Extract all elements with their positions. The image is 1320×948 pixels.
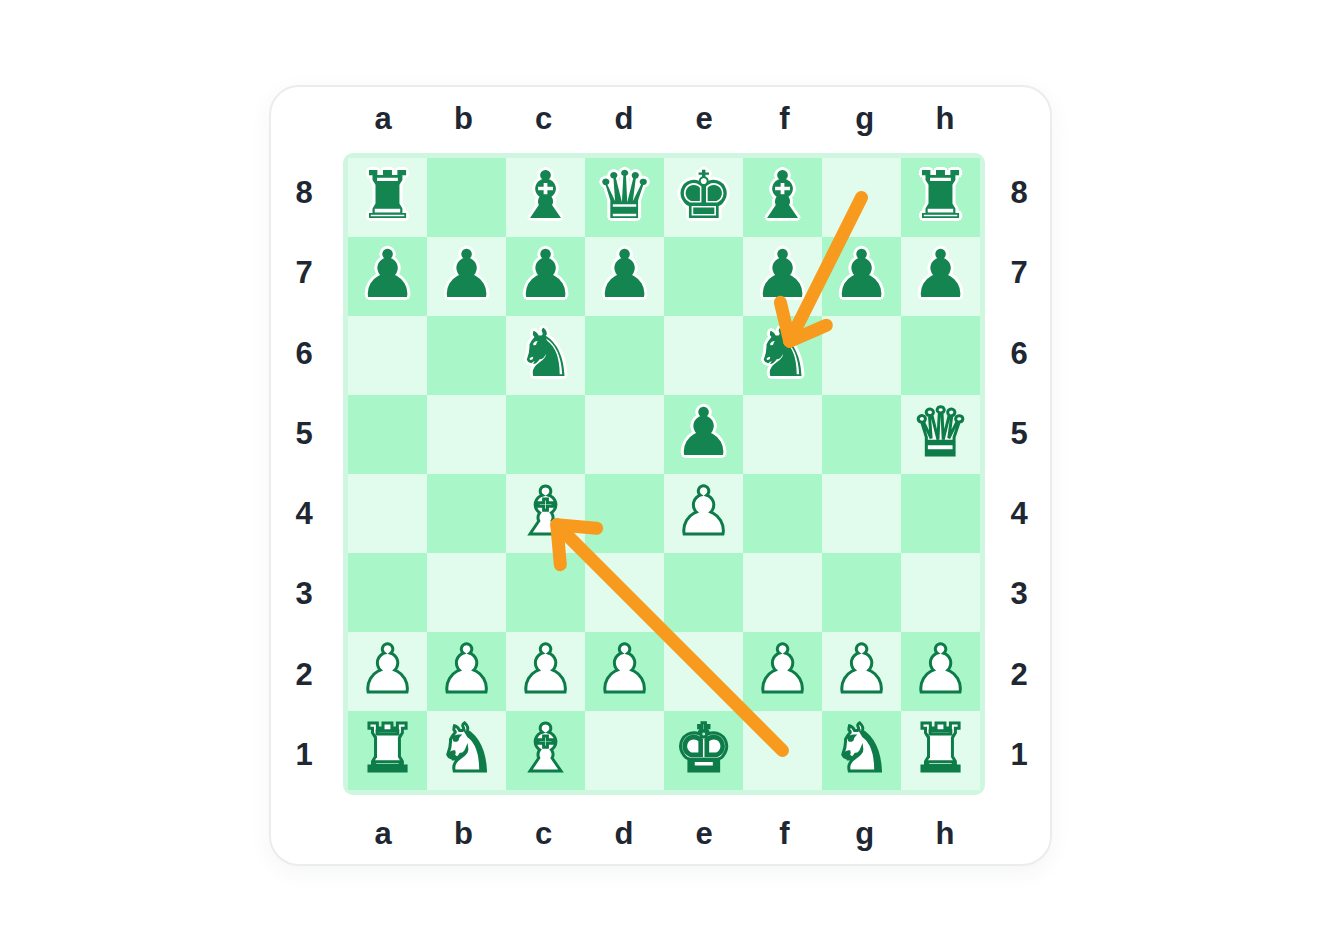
file-label-h: h <box>905 94 985 144</box>
square-b6[interactable] <box>427 316 506 395</box>
piece-black-pawn-a7[interactable]: ♟ <box>358 242 417 308</box>
square-h5[interactable]: ♛ <box>901 395 980 474</box>
square-h7[interactable]: ♟ <box>901 237 980 316</box>
piece-white-pawn-e4[interactable]: ♟ <box>674 479 733 545</box>
square-f2[interactable]: ♟ <box>743 632 822 711</box>
square-b3[interactable] <box>427 553 506 632</box>
square-d5[interactable] <box>585 395 664 474</box>
square-f7[interactable]: ♟ <box>743 237 822 316</box>
rank-label-5: 5 <box>994 394 1044 474</box>
square-a7[interactable]: ♟ <box>348 237 427 316</box>
file-label-g: g <box>825 94 905 144</box>
square-h3[interactable] <box>901 553 980 632</box>
piece-black-bishop-c8[interactable]: ♝ <box>516 163 575 229</box>
square-c8[interactable]: ♝ <box>506 158 585 237</box>
square-h1[interactable]: ♜ <box>901 711 980 790</box>
piece-black-pawn-g7[interactable]: ♟ <box>832 242 891 308</box>
chessboard-card: abcdefgh 87654321 ♜♝♛♚♝♜♟♟♟♟♟♟♟♞♞♟♛♝♟♟♟♟… <box>269 85 1052 866</box>
square-a2[interactable]: ♟ <box>348 632 427 711</box>
page-background: abcdefgh 87654321 ♜♝♛♚♝♜♟♟♟♟♟♟♟♞♞♟♛♝♟♟♟♟… <box>0 0 1320 948</box>
file-label-c: c <box>504 809 584 859</box>
square-e5[interactable]: ♟ <box>664 395 743 474</box>
file-label-e: e <box>664 94 744 144</box>
square-c1[interactable]: ♝ <box>506 711 585 790</box>
square-a4[interactable] <box>348 474 427 553</box>
rank-label-3: 3 <box>279 554 329 634</box>
rank-label-1: 1 <box>279 715 329 795</box>
square-c6[interactable]: ♞ <box>506 316 585 395</box>
file-label-d: d <box>584 809 664 859</box>
rank-label-6: 6 <box>994 314 1044 394</box>
piece-black-pawn-d7[interactable]: ♟ <box>595 242 654 308</box>
square-g6[interactable] <box>822 316 901 395</box>
square-e1[interactable]: ♚ <box>664 711 743 790</box>
piece-white-pawn-h2[interactable]: ♟ <box>911 637 970 703</box>
square-e6[interactable] <box>664 316 743 395</box>
square-h4[interactable] <box>901 474 980 553</box>
piece-black-knight-f6[interactable]: ♞ <box>753 321 812 387</box>
square-b1[interactable]: ♞ <box>427 711 506 790</box>
square-e4[interactable]: ♟ <box>664 474 743 553</box>
square-b5[interactable] <box>427 395 506 474</box>
square-a6[interactable] <box>348 316 427 395</box>
square-d7[interactable]: ♟ <box>585 237 664 316</box>
piece-white-pawn-d2[interactable]: ♟ <box>595 637 654 703</box>
piece-white-pawn-b2[interactable]: ♟ <box>437 637 496 703</box>
square-c4[interactable]: ♝ <box>506 474 585 553</box>
piece-white-king-e1[interactable]: ♚ <box>674 716 733 782</box>
square-h8[interactable]: ♜ <box>901 158 980 237</box>
piece-white-rook-h1[interactable]: ♜ <box>911 716 970 782</box>
square-f3[interactable] <box>743 553 822 632</box>
square-h6[interactable] <box>901 316 980 395</box>
file-label-a: a <box>343 809 423 859</box>
piece-black-king-e8[interactable]: ♚ <box>674 163 733 229</box>
board: ♜♝♛♚♝♜♟♟♟♟♟♟♟♞♞♟♛♝♟♟♟♟♟♟♟♟♜♞♝♚♞♜ <box>343 153 985 795</box>
file-label-c: c <box>504 94 584 144</box>
file-label-g: g <box>825 809 905 859</box>
square-e3[interactable] <box>664 553 743 632</box>
square-g5[interactable] <box>822 395 901 474</box>
square-d2[interactable]: ♟ <box>585 632 664 711</box>
square-f6[interactable]: ♞ <box>743 316 822 395</box>
piece-white-pawn-f2[interactable]: ♟ <box>753 637 812 703</box>
square-d6[interactable] <box>585 316 664 395</box>
file-label-b: b <box>423 94 503 144</box>
square-b8[interactable] <box>427 158 506 237</box>
piece-white-queen-h5[interactable]: ♛ <box>911 400 970 466</box>
square-c3[interactable] <box>506 553 585 632</box>
file-label-d: d <box>584 94 664 144</box>
piece-black-rook-h8[interactable]: ♜ <box>911 163 970 229</box>
file-labels-bottom: abcdefgh <box>343 809 985 859</box>
piece-black-pawn-f7[interactable]: ♟ <box>753 242 812 308</box>
square-a3[interactable] <box>348 553 427 632</box>
piece-black-knight-c6[interactable]: ♞ <box>516 321 575 387</box>
square-e7[interactable] <box>664 237 743 316</box>
square-a8[interactable]: ♜ <box>348 158 427 237</box>
rank-label-4: 4 <box>279 474 329 554</box>
piece-black-pawn-e5[interactable]: ♟ <box>674 400 733 466</box>
piece-white-pawn-a2[interactable]: ♟ <box>358 637 417 703</box>
piece-black-queen-d8[interactable]: ♛ <box>595 163 654 229</box>
file-label-f: f <box>744 94 824 144</box>
piece-white-pawn-c2[interactable]: ♟ <box>516 637 575 703</box>
file-labels-top: abcdefgh <box>343 94 985 144</box>
piece-white-rook-a1[interactable]: ♜ <box>358 716 417 782</box>
rank-label-5: 5 <box>279 394 329 474</box>
square-d8[interactable]: ♛ <box>585 158 664 237</box>
square-b7[interactable]: ♟ <box>427 237 506 316</box>
square-c5[interactable] <box>506 395 585 474</box>
square-e8[interactable]: ♚ <box>664 158 743 237</box>
square-g8[interactable] <box>822 158 901 237</box>
rank-label-1: 1 <box>994 715 1044 795</box>
square-e2[interactable] <box>664 632 743 711</box>
square-a1[interactable]: ♜ <box>348 711 427 790</box>
piece-black-pawn-c7[interactable]: ♟ <box>516 242 575 308</box>
file-label-b: b <box>423 809 503 859</box>
square-d1[interactable] <box>585 711 664 790</box>
square-d3[interactable] <box>585 553 664 632</box>
rank-label-7: 7 <box>994 233 1044 313</box>
square-b4[interactable] <box>427 474 506 553</box>
square-h2[interactable]: ♟ <box>901 632 980 711</box>
piece-white-pawn-g2[interactable]: ♟ <box>832 637 891 703</box>
piece-white-bishop-c4[interactable]: ♝ <box>516 479 575 545</box>
rank-labels-right: 87654321 <box>994 153 1044 795</box>
rank-label-2: 2 <box>279 635 329 715</box>
rank-label-4: 4 <box>994 474 1044 554</box>
square-f5[interactable] <box>743 395 822 474</box>
piece-black-pawn-h7[interactable]: ♟ <box>911 242 970 308</box>
rank-label-7: 7 <box>279 233 329 313</box>
rank-label-8: 8 <box>994 153 1044 233</box>
piece-black-bishop-f8[interactable]: ♝ <box>753 163 812 229</box>
rank-label-2: 2 <box>994 635 1044 715</box>
square-c2[interactable]: ♟ <box>506 632 585 711</box>
square-b2[interactable]: ♟ <box>427 632 506 711</box>
square-g4[interactable] <box>822 474 901 553</box>
file-label-a: a <box>343 94 423 144</box>
square-a5[interactable] <box>348 395 427 474</box>
piece-white-knight-b1[interactable]: ♞ <box>437 716 496 782</box>
square-c7[interactable]: ♟ <box>506 237 585 316</box>
square-d4[interactable] <box>585 474 664 553</box>
rank-label-6: 6 <box>279 314 329 394</box>
file-label-e: e <box>664 809 744 859</box>
square-g3[interactable] <box>822 553 901 632</box>
file-label-h: h <box>905 809 985 859</box>
square-f8[interactable]: ♝ <box>743 158 822 237</box>
rank-label-3: 3 <box>994 554 1044 634</box>
square-f1[interactable] <box>743 711 822 790</box>
piece-black-rook-a8[interactable]: ♜ <box>358 163 417 229</box>
square-g7[interactable]: ♟ <box>822 237 901 316</box>
piece-white-knight-g1[interactable]: ♞ <box>832 716 891 782</box>
square-f4[interactable] <box>743 474 822 553</box>
square-g1[interactable]: ♞ <box>822 711 901 790</box>
square-g2[interactable]: ♟ <box>822 632 901 711</box>
rank-labels-left: 87654321 <box>279 153 329 795</box>
piece-black-pawn-b7[interactable]: ♟ <box>437 242 496 308</box>
file-label-f: f <box>744 809 824 859</box>
rank-label-8: 8 <box>279 153 329 233</box>
piece-white-bishop-c1[interactable]: ♝ <box>516 716 575 782</box>
